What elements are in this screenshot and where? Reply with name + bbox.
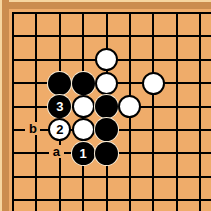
white-stone (95, 72, 118, 95)
black-stone (48, 72, 71, 95)
grid-line-h (12, 35, 211, 37)
black-stone (95, 95, 118, 118)
white-stone (142, 72, 165, 95)
stone-number: 3 (56, 100, 63, 113)
black-stone: 1 (72, 142, 95, 165)
board-edge-left (0, 0, 9, 211)
grid-line-v (199, 12, 201, 211)
point-label-b: b (25, 122, 40, 135)
grid-line-v (12, 12, 14, 211)
black-stone (72, 72, 95, 95)
point-label-a: a (49, 145, 64, 158)
grid-line-v (176, 12, 178, 211)
grid-line-v (35, 12, 37, 211)
grid-line-h (12, 12, 211, 14)
stone-number: 1 (80, 147, 87, 160)
white-stone (72, 118, 95, 141)
go-diagram: 3b2a1 (0, 0, 211, 211)
board-edge-top (0, 0, 211, 9)
stone-number: 2 (56, 123, 63, 136)
black-stone (95, 142, 118, 165)
grid-line-h (12, 176, 211, 178)
white-stone (72, 95, 95, 118)
grid-line-v (152, 12, 154, 211)
grid-line-h (12, 199, 211, 201)
